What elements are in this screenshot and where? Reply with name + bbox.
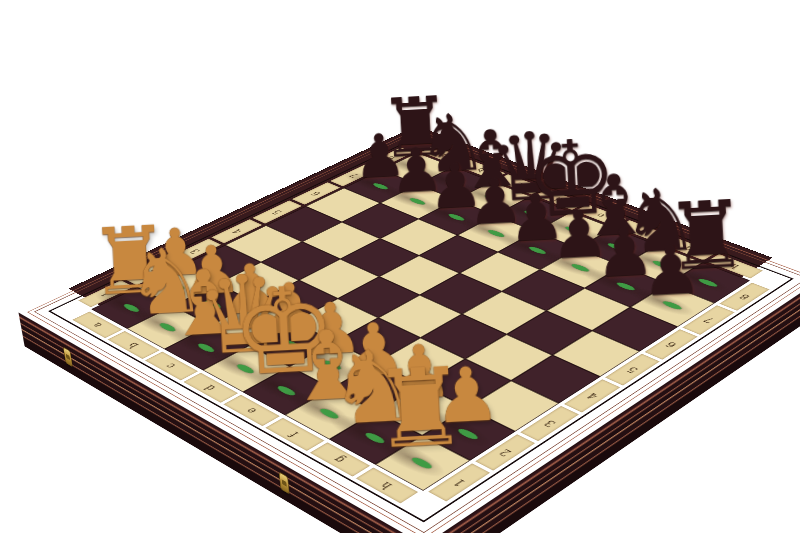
chess-board: abcdefgh abcdefgh 87654321 87654321 ♜♞♝♛… <box>18 126 800 533</box>
black-pawn-icon: ♟ <box>587 138 749 309</box>
rank-label-text: 6 <box>664 340 680 349</box>
piece-glyph: ♜ <box>369 353 470 465</box>
piece-glyph: ♟ <box>639 236 703 307</box>
board-top-face: abcdefgh abcdefgh 87654321 87654321 ♜♞♝♛… <box>18 126 800 533</box>
rank-label-text: 4 <box>584 391 600 400</box>
rank-label-text: 1 <box>450 477 468 488</box>
brass-clasp-icon <box>64 348 72 366</box>
white-rook-icon: ♜ <box>326 272 510 467</box>
rank-label-text: 7 <box>701 316 716 324</box>
product-photo: abcdefgh abcdefgh 87654321 87654321 ♜♞♝♛… <box>0 0 800 533</box>
rank-label-text: 5 <box>625 365 641 374</box>
brass-clasp-icon <box>280 473 289 493</box>
file-label-text: h <box>378 480 396 491</box>
board-tilt-wrapper: abcdefgh abcdefgh 87654321 87654321 ♜♞♝♛… <box>0 0 800 533</box>
